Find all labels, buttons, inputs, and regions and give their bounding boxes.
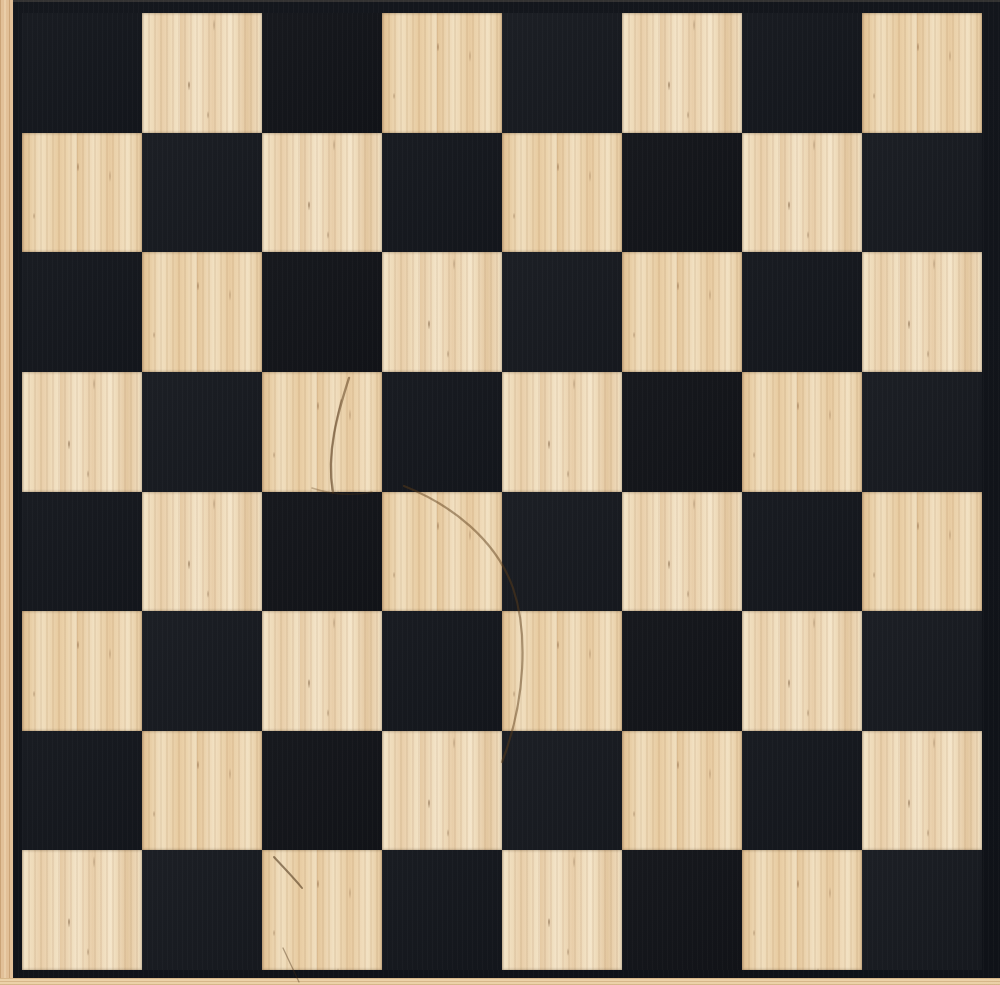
square-r8c7-light[interactable]	[742, 850, 862, 970]
square-r1c4-light[interactable]	[382, 13, 502, 133]
square-r2c7-light[interactable]	[742, 133, 862, 253]
square-r3c3-dark[interactable]	[262, 252, 382, 372]
square-r3c1-dark[interactable]	[22, 252, 142, 372]
square-r2c4-dark[interactable]	[382, 133, 502, 253]
square-r1c7-dark[interactable]	[742, 13, 862, 133]
square-r6c4-dark[interactable]	[382, 611, 502, 731]
square-r5c5-dark[interactable]	[502, 492, 622, 612]
square-r6c3-light[interactable]	[262, 611, 382, 731]
square-r3c4-light[interactable]	[382, 252, 502, 372]
square-r1c6-light[interactable]	[622, 13, 742, 133]
square-r4c6-dark[interactable]	[622, 372, 742, 492]
square-r7c7-dark[interactable]	[742, 731, 862, 851]
square-r2c1-light[interactable]	[22, 133, 142, 253]
square-r7c3-dark[interactable]	[262, 731, 382, 851]
square-r4c8-dark[interactable]	[862, 372, 982, 492]
square-r2c6-dark[interactable]	[622, 133, 742, 253]
square-r1c8-light[interactable]	[862, 13, 982, 133]
square-r2c8-dark[interactable]	[862, 133, 982, 253]
square-r4c7-light[interactable]	[742, 372, 862, 492]
square-r8c1-light[interactable]	[22, 850, 142, 970]
square-r2c3-light[interactable]	[262, 133, 382, 253]
chessboard-photo	[0, 0, 1000, 985]
square-r8c5-light[interactable]	[502, 850, 622, 970]
square-r1c3-dark[interactable]	[262, 13, 382, 133]
square-r7c1-dark[interactable]	[22, 731, 142, 851]
square-r5c2-light[interactable]	[142, 492, 262, 612]
square-r2c2-dark[interactable]	[142, 133, 262, 253]
board-top-edge-highlight	[13, 0, 1000, 2]
wood-frame-bottom	[0, 978, 1000, 985]
square-r5c6-light[interactable]	[622, 492, 742, 612]
square-r4c1-light[interactable]	[22, 372, 142, 492]
square-r4c3-light[interactable]	[262, 372, 382, 492]
square-r3c6-light[interactable]	[622, 252, 742, 372]
square-r5c7-dark[interactable]	[742, 492, 862, 612]
square-r5c4-light[interactable]	[382, 492, 502, 612]
square-r4c5-light[interactable]	[502, 372, 622, 492]
square-r3c5-dark[interactable]	[502, 252, 622, 372]
square-r7c8-light[interactable]	[862, 731, 982, 851]
square-r7c6-light[interactable]	[622, 731, 742, 851]
square-r1c1-dark[interactable]	[22, 13, 142, 133]
square-r1c5-dark[interactable]	[502, 13, 622, 133]
square-r3c8-light[interactable]	[862, 252, 982, 372]
square-r8c4-dark[interactable]	[382, 850, 502, 970]
square-r6c7-light[interactable]	[742, 611, 862, 731]
square-r3c7-dark[interactable]	[742, 252, 862, 372]
square-r4c2-dark[interactable]	[142, 372, 262, 492]
square-r5c1-dark[interactable]	[22, 492, 142, 612]
square-r6c1-light[interactable]	[22, 611, 142, 731]
square-r4c4-dark[interactable]	[382, 372, 502, 492]
square-r8c2-dark[interactable]	[142, 850, 262, 970]
chessboard-grid	[22, 13, 982, 970]
square-r7c4-light[interactable]	[382, 731, 502, 851]
square-r7c5-dark[interactable]	[502, 731, 622, 851]
square-r6c5-light[interactable]	[502, 611, 622, 731]
square-r6c2-dark[interactable]	[142, 611, 262, 731]
square-r5c3-dark[interactable]	[262, 492, 382, 612]
square-r6c6-dark[interactable]	[622, 611, 742, 731]
square-r6c8-dark[interactable]	[862, 611, 982, 731]
square-r8c3-light[interactable]	[262, 850, 382, 970]
square-r1c2-light[interactable]	[142, 13, 262, 133]
square-r2c5-light[interactable]	[502, 133, 622, 253]
square-r3c2-light[interactable]	[142, 252, 262, 372]
square-r8c6-dark[interactable]	[622, 850, 742, 970]
square-r5c8-light[interactable]	[862, 492, 982, 612]
square-r7c2-light[interactable]	[142, 731, 262, 851]
square-r8c8-dark[interactable]	[862, 850, 982, 970]
wood-frame-left	[0, 0, 13, 985]
